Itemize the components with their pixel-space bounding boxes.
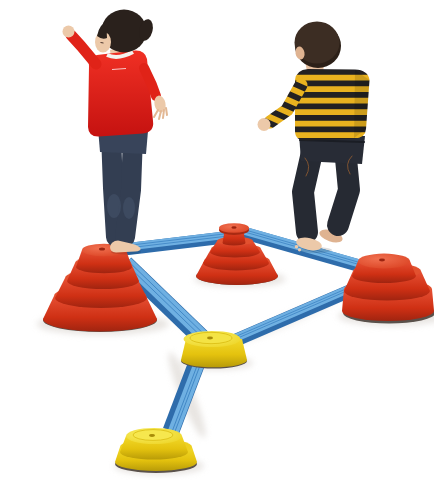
girl-finger [166,108,167,115]
boy-toes [298,248,301,251]
girl-figure [63,10,168,255]
left-red-dome [43,244,157,332]
dome-top-hole [149,434,155,437]
girl-knee-highlight [107,194,121,218]
dome-top-hole [207,337,213,340]
girl-knee-highlight [123,197,135,219]
girl-finger [163,110,164,118]
balance-course-scene [0,0,434,480]
girl-finger [159,111,161,119]
vertex-yellow-dome [181,331,247,369]
beam-groove [227,286,352,340]
middle-red-dome [196,223,278,285]
girl-finger [154,110,158,117]
dome-top-hole [99,248,105,251]
beam-right-to-vertex [227,286,352,344]
boy-torso-shading [354,70,370,138]
boy-figure [258,22,370,254]
girl-fist [63,26,75,38]
far-yellow-dome [115,428,197,473]
dome-top-hole [379,259,385,262]
boy-fist [258,118,271,131]
girl-raised-arm-sleeve [71,35,96,64]
beam-groove [227,289,352,343]
boy-toes [295,245,299,249]
boy-jeans [299,134,365,232]
girl-eye [101,43,104,44]
photo-stage [0,0,434,480]
dome-top-hole [231,226,236,228]
beam-top-face [227,288,352,342]
girl-jeans [98,128,148,237]
